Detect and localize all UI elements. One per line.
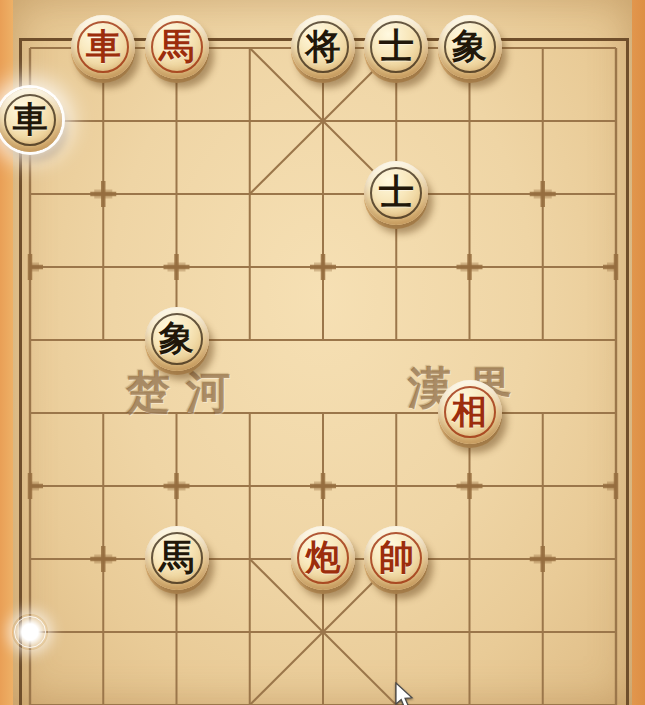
piece-black-advisor-2[interactable]: 士: [364, 161, 428, 225]
piece-glyph: 相: [452, 394, 487, 429]
piece-black-chariot[interactable]: 車: [0, 88, 62, 152]
mouse-cursor: [394, 682, 416, 705]
piece-glyph: 炮: [306, 540, 341, 575]
piece-black-advisor-1[interactable]: 士: [364, 15, 428, 79]
piece-black-elephant-1[interactable]: 象: [438, 15, 502, 79]
board-surface: [13, 0, 632, 705]
piece-glyph: 車: [13, 102, 48, 137]
piece-glyph: 士: [379, 29, 414, 64]
piece-red-horse[interactable]: 馬: [145, 15, 209, 79]
piece-glyph: 車: [86, 29, 121, 64]
piece-red-elephant[interactable]: 相: [438, 380, 502, 444]
piece-red-general[interactable]: 帥: [364, 526, 428, 590]
piece-black-horse[interactable]: 馬: [145, 526, 209, 590]
piece-black-elephant-2[interactable]: 象: [145, 307, 209, 371]
piece-glyph: 帥: [379, 540, 414, 575]
piece-glyph: 馬: [159, 540, 194, 575]
piece-glyph: 象: [159, 321, 194, 356]
piece-glyph: 将: [306, 29, 341, 64]
move-target-marker[interactable]: [12, 614, 48, 650]
piece-glyph: 馬: [159, 29, 194, 64]
piece-glyph: 士: [379, 175, 414, 210]
piece-glyph: 象: [452, 29, 487, 64]
xiangqi-game-screen: 楚河 漢界 車馬将士象車士象相馬炮帥: [0, 0, 645, 705]
piece-red-chariot[interactable]: 車: [71, 15, 135, 79]
piece-black-general[interactable]: 将: [291, 15, 355, 79]
river-label-left: 楚河: [126, 363, 246, 422]
piece-red-cannon[interactable]: 炮: [291, 526, 355, 590]
